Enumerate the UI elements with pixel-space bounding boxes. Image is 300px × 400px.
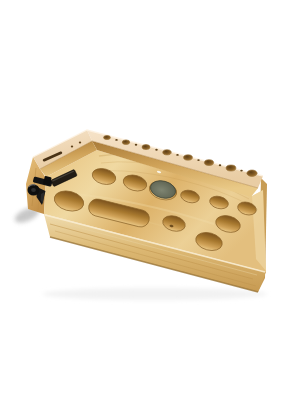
left-rail-pin-hole	[71, 146, 73, 148]
rail-pin-hole	[197, 159, 200, 161]
rail-tool-hole	[122, 140, 129, 145]
rail-tool-hole	[142, 145, 150, 150]
rail-tool-hole	[163, 150, 171, 155]
rail-pin-hole	[176, 154, 179, 156]
clamp-knob-center	[31, 188, 36, 192]
rail-tool-hole	[226, 165, 236, 171]
wooden-tool-tray	[0, 0, 300, 400]
rail-pin-hole	[155, 149, 158, 151]
rail-tool-hole	[184, 155, 193, 160]
rail-pin-hole	[219, 164, 222, 166]
ground-shadow	[43, 288, 267, 300]
rail-tool-hole	[247, 170, 257, 176]
rail-pin-hole	[240, 170, 243, 172]
left-rail-pin-hole	[79, 142, 81, 144]
rail-tool-hole	[204, 160, 213, 166]
rail-tool-hole	[104, 135, 111, 139]
rail-pin-hole	[135, 144, 138, 146]
product-photo-page	[0, 0, 300, 400]
rail-pin-hole	[115, 139, 118, 141]
